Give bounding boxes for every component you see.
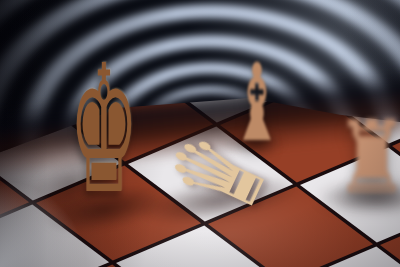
light-bishop-piece[interactable]: ♝	[230, 49, 283, 157]
dark-king-piece[interactable]: ♚	[69, 42, 139, 219]
light-rook-piece[interactable]: ♜	[334, 108, 400, 208]
chess-photo-scene: ♝ ♜ ♛ ♚	[0, 0, 400, 267]
